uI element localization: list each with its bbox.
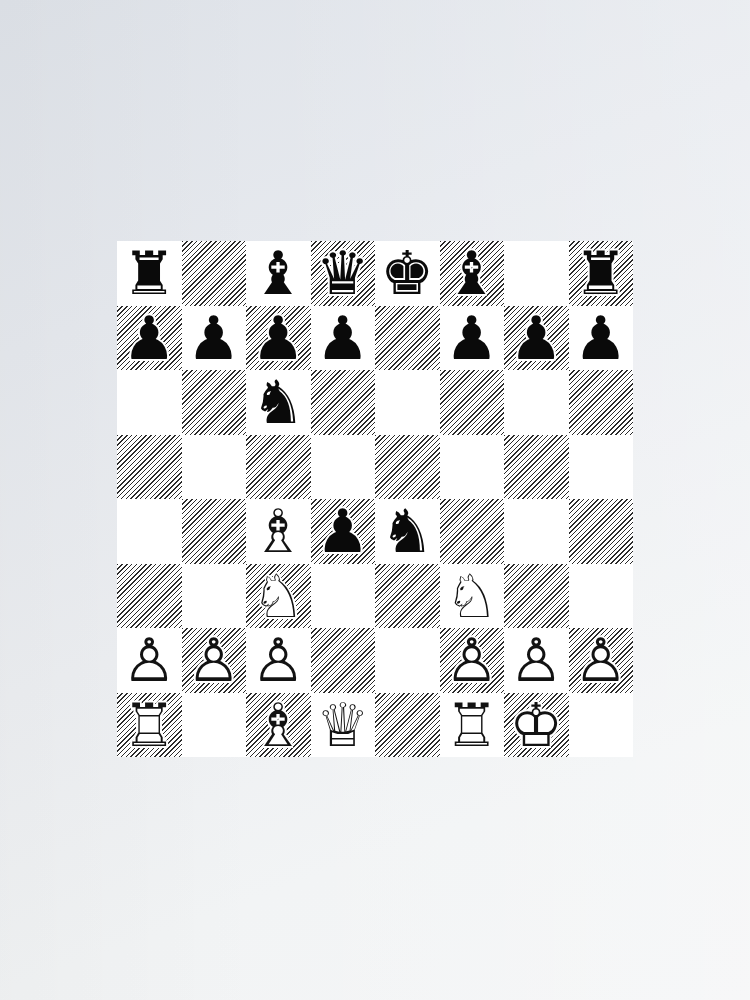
square-a1: ♜♖ [117, 693, 182, 758]
square-f1: ♜♖ [440, 693, 505, 758]
piece-white-pawn-icon: ♙ [117, 628, 182, 693]
square-e8: ♚ [375, 241, 440, 306]
piece-white-knight-icon: ♘ [440, 564, 505, 629]
square-g1: ♚♔ [504, 693, 569, 758]
piece-black-rook-icon: ♜ [117, 241, 182, 306]
piece-black-pawn-icon: ♟ [182, 306, 247, 371]
piece-black-pawn-icon: ♟ [117, 306, 182, 371]
square-b3 [182, 564, 247, 629]
piece-black-bishop-icon: ♝ [440, 241, 505, 306]
square-c2: ♟♙ [246, 628, 311, 693]
square-g2: ♟♙ [504, 628, 569, 693]
square-h4 [569, 499, 634, 564]
piece-black-pawn-icon: ♟ [504, 306, 569, 371]
square-c3: ♞♘ [246, 564, 311, 629]
piece-white-queen-icon: ♕ [311, 693, 376, 758]
square-b2: ♟♙ [182, 628, 247, 693]
piece-black-rook-icon: ♜ [569, 241, 634, 306]
square-e5 [375, 435, 440, 500]
square-g6 [504, 370, 569, 435]
square-h8: ♜ [569, 241, 634, 306]
square-a3 [117, 564, 182, 629]
square-d1: ♛♕ [311, 693, 376, 758]
square-d6 [311, 370, 376, 435]
square-a4 [117, 499, 182, 564]
square-d2 [311, 628, 376, 693]
square-d4: ♟ [311, 499, 376, 564]
square-e1 [375, 693, 440, 758]
square-d5 [311, 435, 376, 500]
square-h6 [569, 370, 634, 435]
square-h2: ♟♙ [569, 628, 634, 693]
square-b6 [182, 370, 247, 435]
square-f5 [440, 435, 505, 500]
square-b1 [182, 693, 247, 758]
square-g3 [504, 564, 569, 629]
piece-white-king-icon: ♔ [504, 693, 569, 758]
piece-white-pawn-icon: ♙ [182, 628, 247, 693]
square-c1: ♝♗ [246, 693, 311, 758]
piece-white-pawn-icon: ♙ [569, 628, 634, 693]
piece-black-knight-icon: ♞ [246, 370, 311, 435]
square-h1 [569, 693, 634, 758]
square-f3: ♞♘ [440, 564, 505, 629]
piece-black-knight-icon: ♞ [375, 499, 440, 564]
square-e7 [375, 306, 440, 371]
square-c4: ♝♗ [246, 499, 311, 564]
piece-black-bishop-icon: ♝ [246, 241, 311, 306]
square-g7: ♟ [504, 306, 569, 371]
square-a7: ♟ [117, 306, 182, 371]
piece-white-knight-icon: ♘ [246, 564, 311, 629]
square-g8 [504, 241, 569, 306]
chess-board: ♜♝♛♚♝♜♟♟♟♟♟♟♟♞♝♗♟♞♞♘♞♘♟♙♟♙♟♙♟♙♟♙♟♙♜♖♝♗♛♕… [117, 241, 633, 757]
square-c7: ♟ [246, 306, 311, 371]
square-f4 [440, 499, 505, 564]
piece-white-pawn-icon: ♙ [440, 628, 505, 693]
square-f8: ♝ [440, 241, 505, 306]
piece-black-pawn-icon: ♟ [246, 306, 311, 371]
square-d8: ♛ [311, 241, 376, 306]
square-b7: ♟ [182, 306, 247, 371]
square-b8 [182, 241, 247, 306]
square-a8: ♜ [117, 241, 182, 306]
square-g4 [504, 499, 569, 564]
piece-black-king-icon: ♚ [375, 241, 440, 306]
square-c6: ♞ [246, 370, 311, 435]
piece-white-pawn-icon: ♙ [246, 628, 311, 693]
piece-black-pawn-icon: ♟ [311, 499, 376, 564]
square-c5 [246, 435, 311, 500]
square-b4 [182, 499, 247, 564]
piece-white-pawn-icon: ♙ [504, 628, 569, 693]
square-e2 [375, 628, 440, 693]
square-c8: ♝ [246, 241, 311, 306]
piece-black-queen-icon: ♛ [311, 241, 376, 306]
piece-white-rook-icon: ♖ [440, 693, 505, 758]
square-a2: ♟♙ [117, 628, 182, 693]
square-e4: ♞ [375, 499, 440, 564]
piece-white-bishop-icon: ♗ [246, 693, 311, 758]
square-f2: ♟♙ [440, 628, 505, 693]
square-g5 [504, 435, 569, 500]
square-a6 [117, 370, 182, 435]
piece-black-pawn-icon: ♟ [569, 306, 634, 371]
square-h5 [569, 435, 634, 500]
square-h3 [569, 564, 634, 629]
square-e3 [375, 564, 440, 629]
piece-black-pawn-icon: ♟ [311, 306, 376, 371]
square-e6 [375, 370, 440, 435]
square-a5 [117, 435, 182, 500]
piece-black-pawn-icon: ♟ [440, 306, 505, 371]
square-h7: ♟ [569, 306, 634, 371]
square-b5 [182, 435, 247, 500]
square-f6 [440, 370, 505, 435]
square-f7: ♟ [440, 306, 505, 371]
square-d3 [311, 564, 376, 629]
square-d7: ♟ [311, 306, 376, 371]
piece-white-rook-icon: ♖ [117, 693, 182, 758]
piece-white-bishop-icon: ♗ [246, 499, 311, 564]
